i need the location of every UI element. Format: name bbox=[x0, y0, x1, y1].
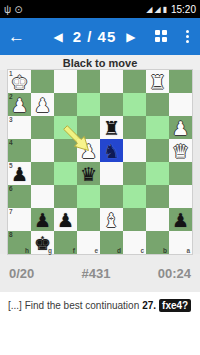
square-f8[interactable]: f bbox=[54, 231, 77, 254]
square-g6[interactable] bbox=[31, 185, 54, 208]
prev-puzzle-button[interactable]: ◀ bbox=[54, 30, 63, 44]
status-clock: 15:20 bbox=[171, 4, 196, 15]
file-label-d: d bbox=[117, 247, 121, 254]
square-a4[interactable]: ♛ bbox=[169, 139, 192, 162]
file-label-b: b bbox=[163, 247, 167, 254]
file-label-a: a bbox=[186, 247, 190, 254]
square-g1[interactable] bbox=[31, 70, 54, 93]
rank-label-8: 8 bbox=[9, 231, 13, 238]
white-queen-a4: ♛ bbox=[169, 139, 192, 162]
caption-move-number: 27. bbox=[142, 300, 156, 311]
square-a1[interactable] bbox=[169, 70, 192, 93]
rank-label-2: 2 bbox=[9, 93, 13, 100]
white-pawn-e4: ♟ bbox=[77, 139, 100, 162]
square-e2[interactable] bbox=[77, 93, 100, 116]
info-bar: 0/20 #431 00:24 bbox=[0, 254, 200, 292]
overflow-menu-button[interactable] bbox=[182, 30, 192, 43]
white-pawn-a3: ♟ bbox=[169, 116, 192, 139]
black-knight-d4: ♞ bbox=[100, 139, 123, 162]
square-b6[interactable] bbox=[146, 185, 169, 208]
square-g7[interactable]: ♟ bbox=[31, 208, 54, 231]
square-f2[interactable] bbox=[54, 93, 77, 116]
caption-move-badge[interactable]: fxe4? bbox=[159, 299, 191, 312]
square-b4[interactable] bbox=[146, 139, 169, 162]
rank-label-7: 7 bbox=[9, 208, 13, 215]
square-b3[interactable] bbox=[146, 116, 169, 139]
square-h1[interactable]: 1♚ bbox=[8, 70, 31, 93]
black-rook-d3: ♜ bbox=[100, 116, 123, 139]
square-b7[interactable] bbox=[146, 208, 169, 231]
square-b1[interactable]: ♜ bbox=[146, 70, 169, 93]
square-c1[interactable] bbox=[123, 70, 146, 93]
square-e6[interactable] bbox=[77, 185, 100, 208]
square-g2[interactable]: ♟ bbox=[31, 93, 54, 116]
rank-label-3: 3 bbox=[9, 116, 13, 123]
next-puzzle-button[interactable]: ▶ bbox=[126, 30, 135, 44]
square-h6[interactable]: 6 bbox=[8, 185, 31, 208]
square-c5[interactable] bbox=[123, 162, 146, 185]
square-b5[interactable] bbox=[146, 162, 169, 185]
square-c7[interactable] bbox=[123, 208, 146, 231]
square-h4[interactable]: 4 bbox=[8, 139, 31, 162]
black-pawn-f7: ♟ bbox=[54, 208, 77, 231]
score-counter: 0/20 bbox=[9, 266, 34, 281]
square-g3[interactable] bbox=[31, 116, 54, 139]
square-a3[interactable]: ♟ bbox=[169, 116, 192, 139]
square-h5[interactable]: 5♟ bbox=[8, 162, 31, 185]
square-b8[interactable]: b bbox=[146, 231, 169, 254]
file-label-f: f bbox=[73, 247, 75, 254]
chess-board[interactable]: 1♚♜2♟♟3♜♟4♟♞♛5♟♛67♟♟♝♟8hg♚fedcba bbox=[8, 70, 192, 254]
square-a7[interactable]: ♟ bbox=[169, 208, 192, 231]
square-d8[interactable]: d bbox=[100, 231, 123, 254]
rank-label-4: 4 bbox=[9, 139, 13, 146]
square-c2[interactable] bbox=[123, 93, 146, 116]
square-e8[interactable]: e bbox=[77, 231, 100, 254]
square-a5[interactable] bbox=[169, 162, 192, 185]
square-d4[interactable]: ♞ bbox=[100, 139, 123, 162]
square-d6[interactable] bbox=[100, 185, 123, 208]
mascot-icon: ⊙ bbox=[14, 4, 22, 15]
file-label-g: g bbox=[48, 247, 52, 254]
black-pawn-g7: ♟ bbox=[31, 208, 54, 231]
square-e4[interactable]: ♟ bbox=[77, 139, 100, 162]
square-f5[interactable] bbox=[54, 162, 77, 185]
square-h7[interactable]: 7 bbox=[8, 208, 31, 231]
square-c4[interactable] bbox=[123, 139, 146, 162]
square-h3[interactable]: 3 bbox=[8, 116, 31, 139]
file-label-e: e bbox=[94, 247, 98, 254]
app-toolbar: ← ◀ 2 / 45 ▶ bbox=[0, 18, 200, 55]
white-pawn-g2: ♟ bbox=[31, 93, 54, 116]
file-label-h: h bbox=[25, 247, 29, 254]
square-c6[interactable] bbox=[123, 185, 146, 208]
square-b2[interactable] bbox=[146, 93, 169, 116]
square-g8[interactable]: g♚ bbox=[31, 231, 54, 254]
signal-icon: ◢ bbox=[154, 5, 160, 14]
square-f6[interactable] bbox=[54, 185, 77, 208]
rank-label-6: 6 bbox=[9, 185, 13, 192]
square-e3[interactable] bbox=[77, 116, 100, 139]
rank-label-5: 5 bbox=[9, 162, 13, 169]
rank-label-1: 1 bbox=[9, 70, 13, 77]
square-f3[interactable] bbox=[54, 116, 77, 139]
square-g4[interactable] bbox=[31, 139, 54, 162]
square-d3[interactable]: ♜ bbox=[100, 116, 123, 139]
back-button[interactable]: ← bbox=[8, 27, 34, 47]
square-g5[interactable] bbox=[31, 162, 54, 185]
puzzle-list-button[interactable] bbox=[155, 30, 168, 43]
square-e7[interactable] bbox=[77, 208, 100, 231]
side-to-move-banner: Black to move bbox=[0, 55, 200, 70]
square-a6[interactable] bbox=[169, 185, 192, 208]
puzzle-number: #431 bbox=[34, 266, 157, 281]
square-f4[interactable] bbox=[54, 139, 77, 162]
square-e5[interactable]: ♛ bbox=[77, 162, 100, 185]
black-pawn-a7: ♟ bbox=[169, 208, 192, 231]
square-d7[interactable]: ♝ bbox=[100, 208, 123, 231]
puzzle-counter: 2 / 45 bbox=[73, 28, 117, 45]
file-label-c: c bbox=[140, 247, 144, 254]
white-rook-b1: ♜ bbox=[146, 70, 169, 93]
square-h8[interactable]: 8h bbox=[8, 231, 31, 254]
caption-text: [...] Find the best continuation bbox=[8, 300, 139, 311]
square-f7[interactable]: ♟ bbox=[54, 208, 77, 231]
caption-area: [...] Find the best continuation 27. fxe… bbox=[0, 292, 200, 319]
square-a8[interactable]: a bbox=[169, 231, 192, 254]
square-d1[interactable] bbox=[100, 70, 123, 93]
square-c8[interactable]: c bbox=[123, 231, 146, 254]
sim-icon: ▮ bbox=[163, 5, 167, 14]
square-c3[interactable] bbox=[123, 116, 146, 139]
square-a2[interactable] bbox=[169, 93, 192, 116]
usb-icon: ψ bbox=[4, 4, 11, 15]
white-bishop-d7: ♝ bbox=[100, 208, 123, 231]
square-d2[interactable] bbox=[100, 93, 123, 116]
square-d5[interactable] bbox=[100, 162, 123, 185]
square-e1[interactable] bbox=[77, 70, 100, 93]
square-f1[interactable] bbox=[54, 70, 77, 93]
timer: 00:24 bbox=[158, 266, 191, 281]
square-h2[interactable]: 2♟ bbox=[8, 93, 31, 116]
status-bar: ψ ⊙ ◢ ◢ ▮ 15:20 bbox=[0, 0, 200, 18]
board-area: 1♚♜2♟♟3♜♟4♟♞♛5♟♛67♟♟♝♟8hg♚fedcba bbox=[0, 70, 200, 254]
black-queen-e5: ♛ bbox=[77, 162, 100, 185]
wifi-icon: ◢ bbox=[146, 5, 152, 14]
